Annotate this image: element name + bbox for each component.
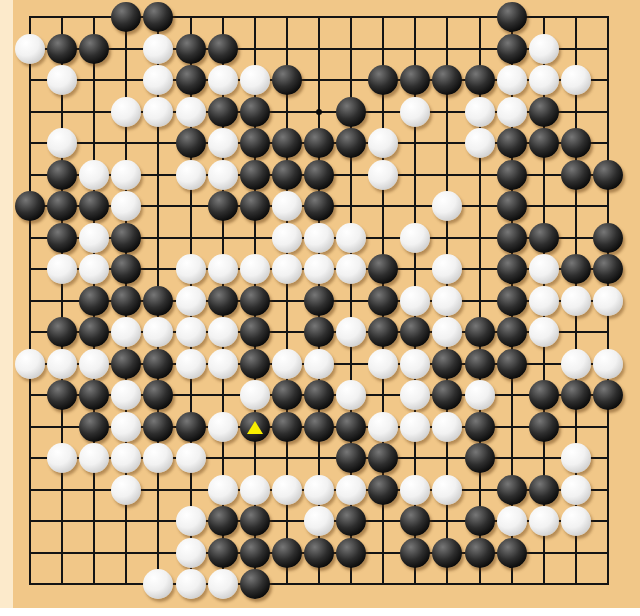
white-stone (529, 65, 559, 95)
black-stone (79, 34, 109, 64)
black-stone (336, 443, 366, 473)
white-stone (176, 569, 206, 599)
white-stone (304, 223, 334, 253)
black-stone (465, 317, 495, 347)
white-stone (368, 128, 398, 158)
black-stone (497, 317, 527, 347)
white-stone (432, 412, 462, 442)
white-stone (143, 65, 173, 95)
white-stone (304, 506, 334, 536)
white-stone (561, 65, 591, 95)
black-stone (79, 380, 109, 410)
white-stone (143, 317, 173, 347)
white-stone (240, 254, 270, 284)
black-stone (497, 223, 527, 253)
white-stone (176, 317, 206, 347)
bottom-margin-strip (0, 608, 640, 616)
white-stone (561, 443, 591, 473)
white-stone (176, 254, 206, 284)
white-stone (176, 538, 206, 568)
black-stone (529, 223, 559, 253)
black-stone (47, 317, 77, 347)
black-stone (111, 349, 141, 379)
white-stone (240, 380, 270, 410)
black-stone (272, 538, 302, 568)
white-stone (465, 380, 495, 410)
black-stone (400, 317, 430, 347)
go-game-screenshot (0, 0, 640, 616)
white-stone (47, 65, 77, 95)
black-stone (240, 506, 270, 536)
black-stone (111, 223, 141, 253)
black-stone (368, 475, 398, 505)
white-stone (111, 317, 141, 347)
white-stone (208, 128, 238, 158)
go-board[interactable] (0, 0, 640, 608)
white-stone (176, 286, 206, 316)
white-stone (272, 254, 302, 284)
black-stone (111, 254, 141, 284)
black-stone (400, 506, 430, 536)
black-stone (143, 412, 173, 442)
last-move-marker-icon (247, 421, 263, 434)
black-stone (47, 160, 77, 190)
black-stone (561, 128, 591, 158)
black-stone (176, 412, 206, 442)
white-stone (176, 160, 206, 190)
white-stone (529, 317, 559, 347)
black-stone (240, 569, 270, 599)
black-stone (143, 286, 173, 316)
black-stone (432, 349, 462, 379)
black-stone (593, 223, 623, 253)
black-stone (304, 286, 334, 316)
black-stone (208, 34, 238, 64)
white-stone (561, 349, 591, 379)
black-stone (208, 506, 238, 536)
white-stone (497, 506, 527, 536)
white-stone (529, 34, 559, 64)
black-stone (111, 286, 141, 316)
black-stone (208, 286, 238, 316)
white-stone (79, 160, 109, 190)
black-stone (79, 286, 109, 316)
black-stone (497, 2, 527, 32)
grid-line-horizontal (29, 583, 609, 585)
white-stone (208, 475, 238, 505)
black-stone (432, 380, 462, 410)
black-stone (368, 254, 398, 284)
black-stone (304, 538, 334, 568)
black-stone (368, 65, 398, 95)
white-stone (111, 380, 141, 410)
white-stone (561, 286, 591, 316)
white-stone (208, 160, 238, 190)
black-stone (272, 412, 302, 442)
white-stone (368, 349, 398, 379)
white-stone (143, 97, 173, 127)
white-stone (143, 569, 173, 599)
white-stone (111, 191, 141, 221)
black-stone (400, 65, 430, 95)
white-stone (208, 412, 238, 442)
white-stone (208, 569, 238, 599)
white-stone (593, 286, 623, 316)
black-stone (208, 97, 238, 127)
black-stone (304, 191, 334, 221)
black-stone (368, 286, 398, 316)
white-stone (143, 34, 173, 64)
white-stone (497, 97, 527, 127)
black-stone (497, 128, 527, 158)
black-stone (111, 2, 141, 32)
black-stone (336, 128, 366, 158)
white-stone (368, 160, 398, 190)
black-stone (561, 380, 591, 410)
black-stone (47, 380, 77, 410)
white-stone (336, 475, 366, 505)
white-stone (465, 128, 495, 158)
white-stone (304, 475, 334, 505)
black-stone (465, 538, 495, 568)
black-stone (368, 443, 398, 473)
black-stone (529, 128, 559, 158)
black-stone (272, 65, 302, 95)
white-stone (143, 443, 173, 473)
white-stone (336, 254, 366, 284)
black-stone (176, 65, 206, 95)
white-stone (497, 65, 527, 95)
black-stone (208, 191, 238, 221)
black-stone (240, 317, 270, 347)
white-stone (47, 349, 77, 379)
white-stone (529, 254, 559, 284)
white-stone (336, 380, 366, 410)
black-stone (240, 97, 270, 127)
white-stone (336, 223, 366, 253)
black-stone (272, 160, 302, 190)
black-stone (593, 160, 623, 190)
black-stone (240, 191, 270, 221)
white-stone (47, 254, 77, 284)
black-stone (240, 349, 270, 379)
black-stone (465, 412, 495, 442)
black-stone (497, 538, 527, 568)
black-stone (208, 538, 238, 568)
white-stone (47, 443, 77, 473)
black-stone (465, 349, 495, 379)
star-point (316, 109, 322, 115)
white-stone (400, 286, 430, 316)
white-stone (529, 286, 559, 316)
white-stone (432, 191, 462, 221)
white-stone (561, 506, 591, 536)
white-stone (79, 223, 109, 253)
white-stone (336, 317, 366, 347)
white-stone (176, 443, 206, 473)
black-stone (400, 538, 430, 568)
white-stone (529, 506, 559, 536)
black-stone (304, 412, 334, 442)
white-stone (111, 412, 141, 442)
white-stone (432, 317, 462, 347)
black-stone (497, 34, 527, 64)
black-stone (79, 191, 109, 221)
white-stone (400, 97, 430, 127)
black-stone (176, 34, 206, 64)
white-stone (79, 443, 109, 473)
black-stone (240, 538, 270, 568)
black-stone (497, 191, 527, 221)
white-stone (176, 506, 206, 536)
black-stone (143, 2, 173, 32)
black-stone (79, 317, 109, 347)
black-stone (497, 160, 527, 190)
white-stone (240, 475, 270, 505)
black-stone (176, 128, 206, 158)
white-stone (176, 349, 206, 379)
black-stone (336, 506, 366, 536)
black-stone (47, 191, 77, 221)
black-stone (497, 475, 527, 505)
black-stone (561, 160, 591, 190)
white-stone (111, 475, 141, 505)
white-stone (400, 412, 430, 442)
white-stone (272, 349, 302, 379)
white-stone (432, 286, 462, 316)
white-stone (208, 317, 238, 347)
black-stone (529, 475, 559, 505)
white-stone (272, 475, 302, 505)
black-stone (593, 254, 623, 284)
black-stone (240, 286, 270, 316)
black-stone (465, 443, 495, 473)
white-stone (400, 475, 430, 505)
white-stone (465, 97, 495, 127)
black-stone (240, 128, 270, 158)
black-stone (304, 128, 334, 158)
black-stone (15, 191, 45, 221)
white-stone (304, 349, 334, 379)
white-stone (561, 475, 591, 505)
white-stone (240, 65, 270, 95)
white-stone (593, 349, 623, 379)
black-stone (529, 380, 559, 410)
white-stone (176, 97, 206, 127)
black-stone (143, 349, 173, 379)
white-stone (432, 475, 462, 505)
white-stone (208, 254, 238, 284)
black-stone (593, 380, 623, 410)
white-stone (208, 65, 238, 95)
black-stone (336, 97, 366, 127)
white-stone (15, 349, 45, 379)
black-stone (143, 380, 173, 410)
white-stone (111, 443, 141, 473)
black-stone (529, 412, 559, 442)
white-stone (400, 223, 430, 253)
black-stone (497, 349, 527, 379)
black-stone (336, 412, 366, 442)
black-stone (432, 65, 462, 95)
black-stone (47, 223, 77, 253)
black-stone (272, 128, 302, 158)
black-stone (497, 286, 527, 316)
white-stone (208, 349, 238, 379)
white-stone (368, 412, 398, 442)
black-stone (465, 65, 495, 95)
black-stone (304, 160, 334, 190)
black-stone (336, 538, 366, 568)
black-stone (240, 160, 270, 190)
black-stone (561, 254, 591, 284)
white-stone (111, 160, 141, 190)
black-stone (272, 380, 302, 410)
black-stone (47, 34, 77, 64)
black-stone (529, 97, 559, 127)
black-stone (432, 538, 462, 568)
black-stone (304, 380, 334, 410)
white-stone (15, 34, 45, 64)
black-stone (304, 317, 334, 347)
white-stone (304, 254, 334, 284)
white-stone (47, 128, 77, 158)
white-stone (400, 380, 430, 410)
board-left-light-strip (0, 0, 13, 608)
black-stone (79, 412, 109, 442)
white-stone (79, 349, 109, 379)
white-stone (432, 254, 462, 284)
black-stone (368, 317, 398, 347)
white-stone (272, 223, 302, 253)
white-stone (111, 97, 141, 127)
white-stone (272, 191, 302, 221)
white-stone (400, 349, 430, 379)
black-stone (497, 254, 527, 284)
black-stone (465, 506, 495, 536)
white-stone (79, 254, 109, 284)
